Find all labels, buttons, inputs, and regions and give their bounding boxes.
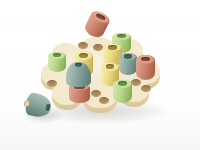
peg-top-face — [137, 55, 155, 64]
peg-top-hole — [79, 53, 88, 58]
peg-top-face — [114, 80, 132, 88]
peg-top-face — [102, 63, 119, 71]
peg-coral-right[interactable] — [136, 55, 155, 80]
peg-green-left[interactable] — [48, 52, 66, 72]
peg-green-bottom-right[interactable] — [113, 80, 132, 103]
peg-top-face — [73, 63, 84, 67]
peg-top-hole — [108, 45, 117, 49]
peg-teal-right[interactable] — [119, 53, 137, 75]
peg-top-hole — [53, 53, 62, 57]
toy-scene — [0, 0, 200, 150]
peg-top-hole — [106, 64, 115, 69]
peg-top-hole — [95, 12, 106, 21]
peg-top-hole — [117, 34, 126, 38]
peg-top-face — [113, 33, 131, 40]
peg-top-hole — [124, 54, 133, 58]
peg-top-hole — [141, 57, 150, 62]
peg-top-hole — [118, 81, 127, 86]
pegs-layer — [0, 0, 200, 150]
peg-teal-cone-stacked[interactable] — [66, 62, 91, 87]
peg-top-face — [49, 52, 66, 59]
peg-teal-fallen[interactable] — [24, 92, 53, 120]
peg-coral-falling[interactable] — [83, 9, 112, 40]
peg-top-hole — [75, 63, 83, 66]
